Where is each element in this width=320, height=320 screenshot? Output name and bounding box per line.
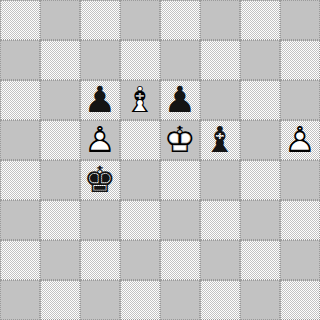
piece-white-pawn[interactable]: ♟♙ [280, 120, 320, 160]
piece-white-bishop[interactable]: ♝♗ [120, 80, 160, 120]
square-b7[interactable] [40, 40, 80, 80]
square-f7[interactable] [200, 40, 240, 80]
square-h3[interactable] [280, 200, 320, 240]
square-a3[interactable] [0, 200, 40, 240]
square-d6[interactable]: ♝♗ [120, 80, 160, 120]
piece-outline: ♗ [120, 80, 160, 120]
square-f4[interactable] [200, 160, 240, 200]
square-c8[interactable] [80, 0, 120, 40]
square-c7[interactable] [80, 40, 120, 80]
square-a5[interactable] [0, 120, 40, 160]
square-c5[interactable]: ♟♙ [80, 120, 120, 160]
square-b4[interactable] [40, 160, 80, 200]
square-g8[interactable] [240, 0, 280, 40]
square-g3[interactable] [240, 200, 280, 240]
square-f1[interactable] [200, 280, 240, 320]
square-a6[interactable] [0, 80, 40, 120]
square-h7[interactable] [280, 40, 320, 80]
square-c3[interactable] [80, 200, 120, 240]
square-f3[interactable] [200, 200, 240, 240]
piece-black-king[interactable]: ♚ [80, 160, 120, 200]
piece-outline: ♙ [80, 120, 120, 160]
square-b2[interactable] [40, 240, 80, 280]
square-d3[interactable] [120, 200, 160, 240]
square-e4[interactable] [160, 160, 200, 200]
square-g7[interactable] [240, 40, 280, 80]
square-b1[interactable] [40, 280, 80, 320]
square-h1[interactable] [280, 280, 320, 320]
square-g5[interactable] [240, 120, 280, 160]
square-d4[interactable] [120, 160, 160, 200]
square-e5[interactable]: ♚♔ [160, 120, 200, 160]
square-c2[interactable] [80, 240, 120, 280]
square-a7[interactable] [0, 40, 40, 80]
square-d8[interactable] [120, 0, 160, 40]
square-e7[interactable] [160, 40, 200, 80]
chess-board: ♟♝♗♟♟♙♚♔♝♟♙♚ [0, 0, 320, 320]
piece-glyph: ♟ [160, 80, 200, 120]
square-c1[interactable] [80, 280, 120, 320]
piece-glyph: ♝ [200, 120, 240, 160]
square-h6[interactable] [280, 80, 320, 120]
piece-black-pawn[interactable]: ♟ [80, 80, 120, 120]
square-d1[interactable] [120, 280, 160, 320]
piece-glyph: ♟ [80, 80, 120, 120]
piece-white-king[interactable]: ♚♔ [160, 120, 200, 160]
square-d7[interactable] [120, 40, 160, 80]
square-a2[interactable] [0, 240, 40, 280]
square-h5[interactable]: ♟♙ [280, 120, 320, 160]
square-b5[interactable] [40, 120, 80, 160]
square-g4[interactable] [240, 160, 280, 200]
square-c6[interactable]: ♟ [80, 80, 120, 120]
piece-outline: ♙ [280, 120, 320, 160]
piece-white-pawn[interactable]: ♟♙ [80, 120, 120, 160]
square-g2[interactable] [240, 240, 280, 280]
square-e6[interactable]: ♟ [160, 80, 200, 120]
square-g6[interactable] [240, 80, 280, 120]
square-f2[interactable] [200, 240, 240, 280]
piece-black-bishop[interactable]: ♝ [200, 120, 240, 160]
square-b8[interactable] [40, 0, 80, 40]
square-h8[interactable] [280, 0, 320, 40]
square-e3[interactable] [160, 200, 200, 240]
square-a1[interactable] [0, 280, 40, 320]
square-g1[interactable] [240, 280, 280, 320]
square-e8[interactable] [160, 0, 200, 40]
piece-outline: ♔ [160, 120, 200, 160]
square-e1[interactable] [160, 280, 200, 320]
square-b3[interactable] [40, 200, 80, 240]
piece-black-pawn[interactable]: ♟ [160, 80, 200, 120]
square-c4[interactable]: ♚ [80, 160, 120, 200]
square-f8[interactable] [200, 0, 240, 40]
square-d2[interactable] [120, 240, 160, 280]
square-a4[interactable] [0, 160, 40, 200]
square-a8[interactable] [0, 0, 40, 40]
square-h4[interactable] [280, 160, 320, 200]
square-h2[interactable] [280, 240, 320, 280]
square-e2[interactable] [160, 240, 200, 280]
square-b6[interactable] [40, 80, 80, 120]
square-f6[interactable] [200, 80, 240, 120]
piece-glyph: ♚ [80, 160, 120, 200]
square-d5[interactable] [120, 120, 160, 160]
square-f5[interactable]: ♝ [200, 120, 240, 160]
